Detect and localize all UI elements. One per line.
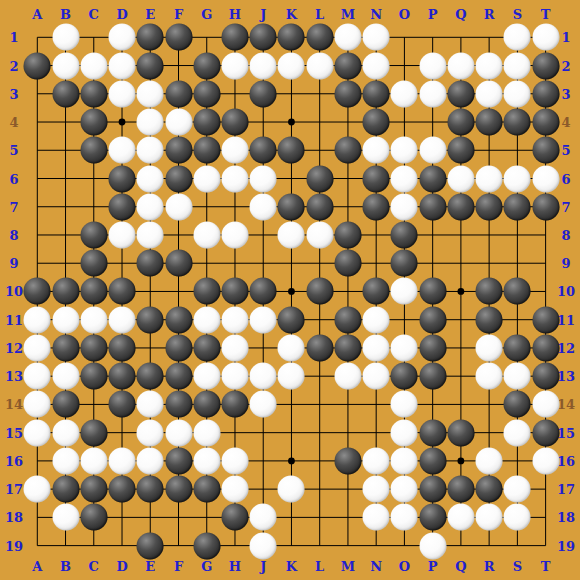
intersection-G16[interactable] xyxy=(193,447,221,475)
intersection-O1[interactable] xyxy=(390,23,418,51)
intersection-P5[interactable] xyxy=(419,136,447,164)
intersection-F3[interactable] xyxy=(165,80,193,108)
intersection-C15[interactable] xyxy=(80,419,108,447)
intersection-K4[interactable] xyxy=(277,108,305,136)
intersection-R11[interactable] xyxy=(475,306,503,334)
intersection-N6[interactable] xyxy=(362,165,390,193)
intersection-H13[interactable] xyxy=(221,362,249,390)
intersection-G8[interactable] xyxy=(193,221,221,249)
intersection-C3[interactable] xyxy=(80,80,108,108)
intersection-C6[interactable] xyxy=(80,165,108,193)
intersection-A19[interactable] xyxy=(23,532,51,560)
intersection-A2[interactable] xyxy=(23,52,51,80)
intersection-O19[interactable] xyxy=(390,532,418,560)
intersection-S6[interactable] xyxy=(503,165,531,193)
intersection-D1[interactable] xyxy=(108,23,136,51)
intersection-H14[interactable] xyxy=(221,390,249,418)
intersection-S15[interactable] xyxy=(503,419,531,447)
intersection-G18[interactable] xyxy=(193,503,221,531)
intersection-D10[interactable] xyxy=(108,277,136,305)
intersection-C14[interactable] xyxy=(80,390,108,418)
intersection-P9[interactable] xyxy=(419,249,447,277)
intersection-L17[interactable] xyxy=(306,475,334,503)
intersection-O4[interactable] xyxy=(390,108,418,136)
intersection-O12[interactable] xyxy=(390,334,418,362)
intersection-K13[interactable] xyxy=(277,362,305,390)
intersection-D6[interactable] xyxy=(108,165,136,193)
intersection-P10[interactable] xyxy=(419,277,447,305)
intersection-M17[interactable] xyxy=(334,475,362,503)
intersection-B18[interactable] xyxy=(52,503,80,531)
intersection-B5[interactable] xyxy=(52,136,80,164)
intersection-D2[interactable] xyxy=(108,52,136,80)
intersection-O16[interactable] xyxy=(390,447,418,475)
intersection-E8[interactable] xyxy=(136,221,164,249)
intersection-T13[interactable] xyxy=(532,362,560,390)
intersection-J14[interactable] xyxy=(249,390,277,418)
intersection-C11[interactable] xyxy=(80,306,108,334)
intersection-O9[interactable] xyxy=(390,249,418,277)
intersection-S18[interactable] xyxy=(503,503,531,531)
intersection-B1[interactable] xyxy=(52,23,80,51)
intersection-N12[interactable] xyxy=(362,334,390,362)
intersection-G2[interactable] xyxy=(193,52,221,80)
intersection-D14[interactable] xyxy=(108,390,136,418)
intersection-J19[interactable] xyxy=(249,532,277,560)
intersection-N4[interactable] xyxy=(362,108,390,136)
intersection-S13[interactable] xyxy=(503,362,531,390)
intersection-B13[interactable] xyxy=(52,362,80,390)
intersection-A8[interactable] xyxy=(23,221,51,249)
intersection-O13[interactable] xyxy=(390,362,418,390)
intersection-B7[interactable] xyxy=(52,193,80,221)
intersection-C5[interactable] xyxy=(80,136,108,164)
intersection-P11[interactable] xyxy=(419,306,447,334)
intersection-G7[interactable] xyxy=(193,193,221,221)
intersection-L3[interactable] xyxy=(306,80,334,108)
intersection-P19[interactable] xyxy=(419,532,447,560)
intersection-L6[interactable] xyxy=(306,165,334,193)
intersection-T9[interactable] xyxy=(532,249,560,277)
intersection-J16[interactable] xyxy=(249,447,277,475)
intersection-L7[interactable] xyxy=(306,193,334,221)
intersection-K10[interactable] xyxy=(277,277,305,305)
intersection-N18[interactable] xyxy=(362,503,390,531)
intersection-T15[interactable] xyxy=(532,419,560,447)
intersection-G17[interactable] xyxy=(193,475,221,503)
intersection-B10[interactable] xyxy=(52,277,80,305)
intersection-M4[interactable] xyxy=(334,108,362,136)
intersection-K6[interactable] xyxy=(277,165,305,193)
intersection-C13[interactable] xyxy=(80,362,108,390)
intersection-L13[interactable] xyxy=(306,362,334,390)
intersection-T17[interactable] xyxy=(532,475,560,503)
intersection-A11[interactable] xyxy=(23,306,51,334)
intersection-F17[interactable] xyxy=(165,475,193,503)
intersection-A12[interactable] xyxy=(23,334,51,362)
intersection-D4[interactable] xyxy=(108,108,136,136)
intersection-G11[interactable] xyxy=(193,306,221,334)
intersection-Q11[interactable] xyxy=(447,306,475,334)
intersection-Q13[interactable] xyxy=(447,362,475,390)
intersection-F15[interactable] xyxy=(165,419,193,447)
intersection-E10[interactable] xyxy=(136,277,164,305)
intersection-S7[interactable] xyxy=(503,193,531,221)
intersection-N11[interactable] xyxy=(362,306,390,334)
intersection-N10[interactable] xyxy=(362,277,390,305)
intersection-F7[interactable] xyxy=(165,193,193,221)
intersection-D17[interactable] xyxy=(108,475,136,503)
intersection-F13[interactable] xyxy=(165,362,193,390)
intersection-K5[interactable] xyxy=(277,136,305,164)
intersection-F10[interactable] xyxy=(165,277,193,305)
intersection-E4[interactable] xyxy=(136,108,164,136)
intersection-M5[interactable] xyxy=(334,136,362,164)
intersection-L15[interactable] xyxy=(306,419,334,447)
intersection-E9[interactable] xyxy=(136,249,164,277)
intersection-B12[interactable] xyxy=(52,334,80,362)
intersection-J2[interactable] xyxy=(249,52,277,80)
intersection-Q17[interactable] xyxy=(447,475,475,503)
intersection-N2[interactable] xyxy=(362,52,390,80)
intersection-K3[interactable] xyxy=(277,80,305,108)
intersection-S14[interactable] xyxy=(503,390,531,418)
intersection-E5[interactable] xyxy=(136,136,164,164)
intersection-M7[interactable] xyxy=(334,193,362,221)
intersection-C4[interactable] xyxy=(80,108,108,136)
intersection-J8[interactable] xyxy=(249,221,277,249)
intersection-Q16[interactable] xyxy=(447,447,475,475)
intersection-N19[interactable] xyxy=(362,532,390,560)
intersection-R14[interactable] xyxy=(475,390,503,418)
intersection-M19[interactable] xyxy=(334,532,362,560)
intersection-H5[interactable] xyxy=(221,136,249,164)
intersection-T19[interactable] xyxy=(532,532,560,560)
intersection-T2[interactable] xyxy=(532,52,560,80)
intersection-A16[interactable] xyxy=(23,447,51,475)
intersection-M15[interactable] xyxy=(334,419,362,447)
intersection-C7[interactable] xyxy=(80,193,108,221)
intersection-A18[interactable] xyxy=(23,503,51,531)
intersection-T16[interactable] xyxy=(532,447,560,475)
intersection-S17[interactable] xyxy=(503,475,531,503)
intersection-K14[interactable] xyxy=(277,390,305,418)
intersection-R12[interactable] xyxy=(475,334,503,362)
intersection-T10[interactable] xyxy=(532,277,560,305)
intersection-J12[interactable] xyxy=(249,334,277,362)
intersection-E18[interactable] xyxy=(136,503,164,531)
intersection-R10[interactable] xyxy=(475,277,503,305)
intersection-N5[interactable] xyxy=(362,136,390,164)
intersection-L1[interactable] xyxy=(306,23,334,51)
intersection-Q2[interactable] xyxy=(447,52,475,80)
intersection-R17[interactable] xyxy=(475,475,503,503)
intersection-S19[interactable] xyxy=(503,532,531,560)
intersection-A4[interactable] xyxy=(23,108,51,136)
intersection-O18[interactable] xyxy=(390,503,418,531)
intersection-R5[interactable] xyxy=(475,136,503,164)
intersection-F8[interactable] xyxy=(165,221,193,249)
intersection-R1[interactable] xyxy=(475,23,503,51)
intersection-J13[interactable] xyxy=(249,362,277,390)
intersection-R9[interactable] xyxy=(475,249,503,277)
intersection-N8[interactable] xyxy=(362,221,390,249)
intersection-P15[interactable] xyxy=(419,419,447,447)
intersection-C2[interactable] xyxy=(80,52,108,80)
intersection-J9[interactable] xyxy=(249,249,277,277)
intersection-C9[interactable] xyxy=(80,249,108,277)
intersection-C19[interactable] xyxy=(80,532,108,560)
intersection-A3[interactable] xyxy=(23,80,51,108)
intersection-G10[interactable] xyxy=(193,277,221,305)
intersection-P13[interactable] xyxy=(419,362,447,390)
intersection-T5[interactable] xyxy=(532,136,560,164)
intersection-J3[interactable] xyxy=(249,80,277,108)
intersection-O6[interactable] xyxy=(390,165,418,193)
intersection-A10[interactable] xyxy=(23,277,51,305)
intersection-G6[interactable] xyxy=(193,165,221,193)
intersection-M16[interactable] xyxy=(334,447,362,475)
intersection-T3[interactable] xyxy=(532,80,560,108)
intersection-D5[interactable] xyxy=(108,136,136,164)
intersection-M14[interactable] xyxy=(334,390,362,418)
intersection-G14[interactable] xyxy=(193,390,221,418)
intersection-F12[interactable] xyxy=(165,334,193,362)
intersection-T7[interactable] xyxy=(532,193,560,221)
intersection-B17[interactable] xyxy=(52,475,80,503)
intersection-M11[interactable] xyxy=(334,306,362,334)
intersection-H7[interactable] xyxy=(221,193,249,221)
intersection-Q18[interactable] xyxy=(447,503,475,531)
intersection-T11[interactable] xyxy=(532,306,560,334)
intersection-E1[interactable] xyxy=(136,23,164,51)
intersection-C18[interactable] xyxy=(80,503,108,531)
intersection-Q3[interactable] xyxy=(447,80,475,108)
intersection-P17[interactable] xyxy=(419,475,447,503)
intersection-B16[interactable] xyxy=(52,447,80,475)
intersection-J17[interactable] xyxy=(249,475,277,503)
intersection-J5[interactable] xyxy=(249,136,277,164)
intersection-G9[interactable] xyxy=(193,249,221,277)
intersection-D11[interactable] xyxy=(108,306,136,334)
intersection-E15[interactable] xyxy=(136,419,164,447)
intersection-Q14[interactable] xyxy=(447,390,475,418)
intersection-O5[interactable] xyxy=(390,136,418,164)
intersection-S9[interactable] xyxy=(503,249,531,277)
intersection-H4[interactable] xyxy=(221,108,249,136)
intersection-E2[interactable] xyxy=(136,52,164,80)
intersection-F1[interactable] xyxy=(165,23,193,51)
intersection-B3[interactable] xyxy=(52,80,80,108)
intersection-M2[interactable] xyxy=(334,52,362,80)
intersection-R4[interactable] xyxy=(475,108,503,136)
intersection-L12[interactable] xyxy=(306,334,334,362)
intersection-Q8[interactable] xyxy=(447,221,475,249)
intersection-K17[interactable] xyxy=(277,475,305,503)
intersection-Q4[interactable] xyxy=(447,108,475,136)
intersection-O11[interactable] xyxy=(390,306,418,334)
intersection-C10[interactable] xyxy=(80,277,108,305)
intersection-R18[interactable] xyxy=(475,503,503,531)
intersection-H10[interactable] xyxy=(221,277,249,305)
intersection-T18[interactable] xyxy=(532,503,560,531)
intersection-G4[interactable] xyxy=(193,108,221,136)
intersection-L9[interactable] xyxy=(306,249,334,277)
intersection-J7[interactable] xyxy=(249,193,277,221)
intersection-S16[interactable] xyxy=(503,447,531,475)
intersection-D18[interactable] xyxy=(108,503,136,531)
intersection-L19[interactable] xyxy=(306,532,334,560)
intersection-G3[interactable] xyxy=(193,80,221,108)
intersection-Q5[interactable] xyxy=(447,136,475,164)
intersection-H18[interactable] xyxy=(221,503,249,531)
intersection-F11[interactable] xyxy=(165,306,193,334)
intersection-S3[interactable] xyxy=(503,80,531,108)
intersection-S1[interactable] xyxy=(503,23,531,51)
intersection-L4[interactable] xyxy=(306,108,334,136)
intersection-B19[interactable] xyxy=(52,532,80,560)
intersection-B9[interactable] xyxy=(52,249,80,277)
intersection-Q19[interactable] xyxy=(447,532,475,560)
intersection-M6[interactable] xyxy=(334,165,362,193)
intersection-H17[interactable] xyxy=(221,475,249,503)
intersection-T14[interactable] xyxy=(532,390,560,418)
intersection-G15[interactable] xyxy=(193,419,221,447)
intersection-F16[interactable] xyxy=(165,447,193,475)
intersection-B2[interactable] xyxy=(52,52,80,80)
intersection-M10[interactable] xyxy=(334,277,362,305)
intersection-G1[interactable] xyxy=(193,23,221,51)
intersection-K2[interactable] xyxy=(277,52,305,80)
intersection-R3[interactable] xyxy=(475,80,503,108)
intersection-E16[interactable] xyxy=(136,447,164,475)
intersection-M8[interactable] xyxy=(334,221,362,249)
intersection-A7[interactable] xyxy=(23,193,51,221)
intersection-C1[interactable] xyxy=(80,23,108,51)
intersection-J11[interactable] xyxy=(249,306,277,334)
intersection-R19[interactable] xyxy=(475,532,503,560)
intersection-Q12[interactable] xyxy=(447,334,475,362)
intersection-K9[interactable] xyxy=(277,249,305,277)
intersection-E17[interactable] xyxy=(136,475,164,503)
intersection-Q15[interactable] xyxy=(447,419,475,447)
intersection-E12[interactable] xyxy=(136,334,164,362)
intersection-M3[interactable] xyxy=(334,80,362,108)
intersection-F18[interactable] xyxy=(165,503,193,531)
intersection-L5[interactable] xyxy=(306,136,334,164)
intersection-S11[interactable] xyxy=(503,306,531,334)
intersection-P2[interactable] xyxy=(419,52,447,80)
intersection-H8[interactable] xyxy=(221,221,249,249)
intersection-F14[interactable] xyxy=(165,390,193,418)
intersection-O7[interactable] xyxy=(390,193,418,221)
intersection-S12[interactable] xyxy=(503,334,531,362)
intersection-S2[interactable] xyxy=(503,52,531,80)
intersection-E19[interactable] xyxy=(136,532,164,560)
intersection-G5[interactable] xyxy=(193,136,221,164)
intersection-D7[interactable] xyxy=(108,193,136,221)
intersection-P1[interactable] xyxy=(419,23,447,51)
intersection-N3[interactable] xyxy=(362,80,390,108)
intersection-A9[interactable] xyxy=(23,249,51,277)
intersection-A15[interactable] xyxy=(23,419,51,447)
intersection-L14[interactable] xyxy=(306,390,334,418)
intersection-F2[interactable] xyxy=(165,52,193,80)
intersection-H12[interactable] xyxy=(221,334,249,362)
intersection-O17[interactable] xyxy=(390,475,418,503)
intersection-G12[interactable] xyxy=(193,334,221,362)
intersection-A1[interactable] xyxy=(23,23,51,51)
intersection-P6[interactable] xyxy=(419,165,447,193)
intersection-E3[interactable] xyxy=(136,80,164,108)
intersection-H2[interactable] xyxy=(221,52,249,80)
intersection-P14[interactable] xyxy=(419,390,447,418)
intersection-F4[interactable] xyxy=(165,108,193,136)
intersection-Q10[interactable] xyxy=(447,277,475,305)
intersection-R7[interactable] xyxy=(475,193,503,221)
intersection-E13[interactable] xyxy=(136,362,164,390)
intersection-M1[interactable] xyxy=(334,23,362,51)
intersection-T8[interactable] xyxy=(532,221,560,249)
intersection-L18[interactable] xyxy=(306,503,334,531)
intersection-C8[interactable] xyxy=(80,221,108,249)
intersection-O10[interactable] xyxy=(390,277,418,305)
intersection-H9[interactable] xyxy=(221,249,249,277)
intersection-K1[interactable] xyxy=(277,23,305,51)
intersection-N1[interactable] xyxy=(362,23,390,51)
intersection-P8[interactable] xyxy=(419,221,447,249)
intersection-J10[interactable] xyxy=(249,277,277,305)
intersection-R16[interactable] xyxy=(475,447,503,475)
intersection-P3[interactable] xyxy=(419,80,447,108)
intersection-B4[interactable] xyxy=(52,108,80,136)
intersection-H3[interactable] xyxy=(221,80,249,108)
intersection-J15[interactable] xyxy=(249,419,277,447)
intersection-L10[interactable] xyxy=(306,277,334,305)
intersection-N14[interactable] xyxy=(362,390,390,418)
intersection-O3[interactable] xyxy=(390,80,418,108)
intersection-D12[interactable] xyxy=(108,334,136,362)
intersection-J6[interactable] xyxy=(249,165,277,193)
intersection-A13[interactable] xyxy=(23,362,51,390)
intersection-S5[interactable] xyxy=(503,136,531,164)
intersection-H1[interactable] xyxy=(221,23,249,51)
intersection-C12[interactable] xyxy=(80,334,108,362)
intersection-B6[interactable] xyxy=(52,165,80,193)
intersection-G13[interactable] xyxy=(193,362,221,390)
intersection-K15[interactable] xyxy=(277,419,305,447)
intersection-T12[interactable] xyxy=(532,334,560,362)
intersection-R15[interactable] xyxy=(475,419,503,447)
intersection-A14[interactable] xyxy=(23,390,51,418)
intersection-R13[interactable] xyxy=(475,362,503,390)
intersection-P12[interactable] xyxy=(419,334,447,362)
intersection-F9[interactable] xyxy=(165,249,193,277)
intersection-E6[interactable] xyxy=(136,165,164,193)
intersection-N16[interactable] xyxy=(362,447,390,475)
intersection-D15[interactable] xyxy=(108,419,136,447)
intersection-P7[interactable] xyxy=(419,193,447,221)
intersection-D3[interactable] xyxy=(108,80,136,108)
intersection-Q9[interactable] xyxy=(447,249,475,277)
intersection-N17[interactable] xyxy=(362,475,390,503)
intersection-R6[interactable] xyxy=(475,165,503,193)
intersection-A17[interactable] xyxy=(23,475,51,503)
intersection-N13[interactable] xyxy=(362,362,390,390)
intersection-Q6[interactable] xyxy=(447,165,475,193)
intersection-Q1[interactable] xyxy=(447,23,475,51)
intersection-D8[interactable] xyxy=(108,221,136,249)
